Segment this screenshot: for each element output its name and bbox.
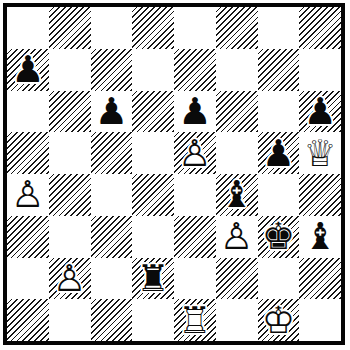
square-h1[interactable] <box>299 299 341 341</box>
piece-white-pawn-a4[interactable]: ♟♙ <box>7 174 49 216</box>
square-d8[interactable] <box>132 7 174 49</box>
square-c3[interactable] <box>91 216 133 258</box>
piece-glyph: ♟ <box>95 93 128 130</box>
square-a1[interactable] <box>7 299 49 341</box>
piece-black-pawn-c6[interactable]: ♟♟ <box>91 91 133 133</box>
square-d6[interactable] <box>132 91 174 133</box>
piece-white-rook-e1[interactable]: ♜♖ <box>174 299 216 341</box>
piece-glyph: ♙ <box>220 218 253 255</box>
square-b1[interactable] <box>49 299 91 341</box>
square-e2[interactable] <box>174 258 216 300</box>
square-g7[interactable] <box>258 49 300 91</box>
square-b4[interactable] <box>49 174 91 216</box>
square-h4[interactable] <box>299 174 341 216</box>
square-f6[interactable] <box>216 91 258 133</box>
square-a7[interactable]: ♟♟ <box>7 49 49 91</box>
chess-diagram: ♟♟♟♟♟♟♟♟♟♙♟♟♛♕♟♙♝♝♟♙♚♚♝♝♟♙♜♜♜♖♚♔ <box>0 0 350 350</box>
chess-board: ♟♟♟♟♟♟♟♟♟♙♟♟♛♕♟♙♝♝♟♙♚♚♝♝♟♙♜♜♜♖♚♔ <box>7 7 341 341</box>
square-g8[interactable] <box>258 7 300 49</box>
square-d5[interactable] <box>132 132 174 174</box>
square-b2[interactable]: ♟♙ <box>49 258 91 300</box>
piece-glyph: ♚ <box>262 218 295 255</box>
square-h3[interactable]: ♝♝ <box>299 216 341 258</box>
square-h6[interactable]: ♟♟ <box>299 91 341 133</box>
piece-glyph: ♔ <box>262 302 295 339</box>
piece-white-king-g1[interactable]: ♚♔ <box>258 299 300 341</box>
square-c5[interactable] <box>91 132 133 174</box>
square-d3[interactable] <box>132 216 174 258</box>
piece-glyph: ♟ <box>262 135 295 172</box>
square-a6[interactable] <box>7 91 49 133</box>
piece-glyph: ♝ <box>304 218 337 255</box>
piece-glyph: ♟ <box>304 93 337 130</box>
piece-black-pawn-a7[interactable]: ♟♟ <box>7 49 49 91</box>
square-g3[interactable]: ♚♚ <box>258 216 300 258</box>
piece-white-pawn-b2[interactable]: ♟♙ <box>49 258 91 300</box>
piece-black-bishop-h3[interactable]: ♝♝ <box>299 216 341 258</box>
piece-black-pawn-g5[interactable]: ♟♟ <box>258 132 300 174</box>
square-h5[interactable]: ♛♕ <box>299 132 341 174</box>
board-frame: ♟♟♟♟♟♟♟♟♟♙♟♟♛♕♟♙♝♝♟♙♚♚♝♝♟♙♜♜♜♖♚♔ <box>3 3 345 345</box>
square-e4[interactable] <box>174 174 216 216</box>
piece-glyph: ♙ <box>53 260 86 297</box>
square-b7[interactable] <box>49 49 91 91</box>
square-b6[interactable] <box>49 91 91 133</box>
square-g5[interactable]: ♟♟ <box>258 132 300 174</box>
square-f4[interactable]: ♝♝ <box>216 174 258 216</box>
square-e5[interactable]: ♟♙ <box>174 132 216 174</box>
square-e8[interactable] <box>174 7 216 49</box>
piece-glyph: ♟ <box>178 93 211 130</box>
square-f3[interactable]: ♟♙ <box>216 216 258 258</box>
piece-black-rook-d2[interactable]: ♜♜ <box>132 258 174 300</box>
square-a3[interactable] <box>7 216 49 258</box>
square-d2[interactable]: ♜♜ <box>132 258 174 300</box>
square-c2[interactable] <box>91 258 133 300</box>
piece-black-bishop-f4[interactable]: ♝♝ <box>216 174 258 216</box>
square-e1[interactable]: ♜♖ <box>174 299 216 341</box>
square-g2[interactable] <box>258 258 300 300</box>
square-b8[interactable] <box>49 7 91 49</box>
square-h7[interactable] <box>299 49 341 91</box>
piece-black-pawn-h6[interactable]: ♟♟ <box>299 91 341 133</box>
piece-glyph: ♖ <box>178 302 211 339</box>
piece-glyph: ♙ <box>11 176 44 213</box>
piece-glyph: ♟ <box>11 51 44 88</box>
square-g4[interactable] <box>258 174 300 216</box>
square-c6[interactable]: ♟♟ <box>91 91 133 133</box>
square-g6[interactable] <box>258 91 300 133</box>
square-g1[interactable]: ♚♔ <box>258 299 300 341</box>
square-a4[interactable]: ♟♙ <box>7 174 49 216</box>
piece-black-king-g3[interactable]: ♚♚ <box>258 216 300 258</box>
square-c1[interactable] <box>91 299 133 341</box>
square-d4[interactable] <box>132 174 174 216</box>
square-c4[interactable] <box>91 174 133 216</box>
square-f5[interactable] <box>216 132 258 174</box>
piece-white-pawn-e5[interactable]: ♟♙ <box>174 132 216 174</box>
piece-glyph: ♕ <box>304 135 337 172</box>
square-e7[interactable] <box>174 49 216 91</box>
square-d7[interactable] <box>132 49 174 91</box>
square-f1[interactable] <box>216 299 258 341</box>
square-a5[interactable] <box>7 132 49 174</box>
square-a2[interactable] <box>7 258 49 300</box>
piece-white-pawn-f3[interactable]: ♟♙ <box>216 216 258 258</box>
piece-glyph: ♜ <box>137 260 170 297</box>
square-c8[interactable] <box>91 7 133 49</box>
square-e3[interactable] <box>174 216 216 258</box>
square-b3[interactable] <box>49 216 91 258</box>
piece-glyph: ♝ <box>220 176 253 213</box>
square-f7[interactable] <box>216 49 258 91</box>
square-h8[interactable] <box>299 7 341 49</box>
square-e6[interactable]: ♟♟ <box>174 91 216 133</box>
square-a8[interactable] <box>7 7 49 49</box>
square-h2[interactable] <box>299 258 341 300</box>
square-f2[interactable] <box>216 258 258 300</box>
square-f8[interactable] <box>216 7 258 49</box>
piece-black-pawn-e6[interactable]: ♟♟ <box>174 91 216 133</box>
square-b5[interactable] <box>49 132 91 174</box>
square-d1[interactable] <box>132 299 174 341</box>
piece-glyph: ♙ <box>178 135 211 172</box>
square-c7[interactable] <box>91 49 133 91</box>
piece-white-queen-h5[interactable]: ♛♕ <box>299 132 341 174</box>
